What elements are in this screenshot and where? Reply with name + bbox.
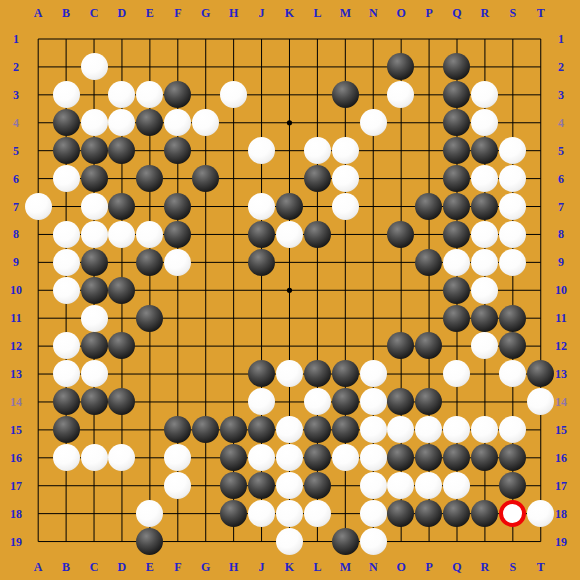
cell-P15 (415, 416, 443, 444)
row-label-left-13: 13 (10, 368, 22, 380)
cell-N15 (359, 416, 387, 444)
cell-P12 (415, 332, 443, 360)
cell-S15 (499, 416, 527, 444)
stone-black-S11 (499, 305, 526, 332)
cell-B12 (52, 332, 80, 360)
cell-Q10 (443, 276, 471, 304)
stone-white-R10 (471, 277, 498, 304)
cell-R18 (471, 499, 499, 527)
stone-black-E19 (136, 528, 163, 555)
cell-R8 (471, 220, 499, 248)
stone-white-R15 (471, 416, 498, 443)
stone-black-H16 (220, 444, 247, 471)
col-label-top-P: P (425, 7, 432, 19)
cell-F17 (164, 472, 192, 500)
cell-R11 (471, 304, 499, 332)
stone-white-F9 (164, 249, 191, 276)
stone-black-S17 (499, 472, 526, 499)
stone-white-D4 (108, 109, 135, 136)
cell-C5 (80, 137, 108, 165)
cell-G4 (192, 109, 220, 137)
col-label-top-Q: Q (452, 7, 461, 19)
col-label-bottom-N: N (369, 561, 378, 573)
stone-white-Q15 (443, 416, 470, 443)
row-label-left-4: 4 (13, 117, 19, 129)
cell-K15 (275, 416, 303, 444)
stone-white-A7 (25, 193, 52, 220)
cell-Q8 (443, 220, 471, 248)
cell-E19 (136, 527, 164, 555)
cell-F7 (164, 192, 192, 220)
cell-E6 (136, 165, 164, 193)
stone-black-R11 (471, 305, 498, 332)
stone-black-O12 (387, 332, 414, 359)
row-label-left-7: 7 (13, 201, 19, 213)
cell-C13 (80, 360, 108, 388)
row-label-right-8: 8 (558, 228, 564, 240)
stone-white-J14 (248, 388, 275, 415)
stone-white-C13 (81, 360, 108, 387)
cell-Q13 (443, 360, 471, 388)
cell-R6 (471, 165, 499, 193)
cell-H16 (220, 444, 248, 472)
cell-S11 (499, 304, 527, 332)
stone-black-Q16 (443, 444, 470, 471)
cell-O16 (387, 444, 415, 472)
cell-T13 (527, 360, 555, 388)
cell-M6 (331, 165, 359, 193)
stone-white-C8 (81, 221, 108, 248)
stone-white-N4 (360, 109, 387, 136)
stone-white-H3 (220, 81, 247, 108)
cell-Q5 (443, 137, 471, 165)
stone-white-N16 (360, 444, 387, 471)
cell-K7 (275, 192, 303, 220)
col-label-bottom-R: R (481, 561, 490, 573)
stone-white-E3 (136, 81, 163, 108)
stone-white-B10 (53, 277, 80, 304)
cell-Q11 (443, 304, 471, 332)
cell-B4 (52, 109, 80, 137)
col-label-bottom-C: C (90, 561, 99, 573)
col-label-top-L: L (313, 7, 321, 19)
cell-C11 (80, 304, 108, 332)
stone-white-B16 (53, 444, 80, 471)
cell-B6 (52, 165, 80, 193)
row-label-right-5: 5 (558, 145, 564, 157)
cell-F4 (164, 109, 192, 137)
row-label-right-15: 15 (555, 424, 567, 436)
stone-white-R12 (471, 332, 498, 359)
row-label-right-11: 11 (555, 312, 566, 324)
cell-D12 (108, 332, 136, 360)
cell-B10 (52, 276, 80, 304)
stone-white-S15 (499, 416, 526, 443)
cell-O18 (387, 499, 415, 527)
cell-P14 (415, 388, 443, 416)
col-label-bottom-L: L (313, 561, 321, 573)
stone-black-L17 (304, 472, 331, 499)
cell-B9 (52, 248, 80, 276)
stone-black-L16 (304, 444, 331, 471)
col-label-bottom-Q: Q (452, 561, 461, 573)
stone-white-T18 (527, 500, 554, 527)
col-label-bottom-B: B (62, 561, 70, 573)
row-label-left-11: 11 (10, 312, 21, 324)
go-app: AABBCCDDEEFFGGHHJJKKLLMMNNOOPPQQRRSSTT11… (0, 0, 580, 580)
cell-E3 (136, 81, 164, 109)
cell-D8 (108, 220, 136, 248)
cell-C10 (80, 276, 108, 304)
stone-black-B5 (53, 137, 80, 164)
row-label-right-2: 2 (558, 61, 564, 73)
stone-black-M19 (332, 528, 359, 555)
stone-white-R8 (471, 221, 498, 248)
stone-black-K7 (276, 193, 303, 220)
col-label-bottom-T: T (537, 561, 545, 573)
stone-black-F8 (164, 221, 191, 248)
row-label-right-10: 10 (555, 284, 567, 296)
cell-R10 (471, 276, 499, 304)
stone-white-S7 (499, 193, 526, 220)
stone-black-J8 (248, 221, 275, 248)
cell-S17 (499, 472, 527, 500)
col-label-bottom-D: D (118, 561, 127, 573)
stone-black-O18 (387, 500, 414, 527)
stone-black-C9 (81, 249, 108, 276)
cell-C2 (80, 53, 108, 81)
cell-F15 (164, 416, 192, 444)
cell-Q2 (443, 53, 471, 81)
stone-white-R3 (471, 81, 498, 108)
cell-R4 (471, 109, 499, 137)
col-label-bottom-M: M (340, 561, 351, 573)
stone-white-J5 (248, 137, 275, 164)
stone-white-B6 (53, 165, 80, 192)
row-label-left-12: 12 (10, 340, 22, 352)
stone-black-Q10 (443, 277, 470, 304)
cell-S5 (499, 137, 527, 165)
col-label-top-C: C (90, 7, 99, 19)
stone-black-C14 (81, 388, 108, 415)
cell-H17 (220, 472, 248, 500)
stone-white-C2 (81, 53, 108, 80)
cell-D4 (108, 109, 136, 137)
cell-E4 (136, 109, 164, 137)
stone-white-M7 (332, 193, 359, 220)
stone-black-F3 (164, 81, 191, 108)
col-label-bottom-O: O (396, 561, 405, 573)
cell-N4 (359, 109, 387, 137)
cell-S13 (499, 360, 527, 388)
stone-white-F4 (164, 109, 191, 136)
stone-white-K8 (276, 221, 303, 248)
cell-J9 (247, 248, 275, 276)
stone-white-R9 (471, 249, 498, 276)
stone-black-E4 (136, 109, 163, 136)
row-label-right-6: 6 (558, 173, 564, 185)
stone-white-D3 (108, 81, 135, 108)
stone-black-O14 (387, 388, 414, 415)
stone-white-K18 (276, 500, 303, 527)
row-label-right-17: 17 (555, 480, 567, 492)
stone-white-D16 (108, 444, 135, 471)
stone-black-C5 (81, 137, 108, 164)
cell-D7 (108, 192, 136, 220)
col-label-bottom-A: A (34, 561, 43, 573)
stone-white-J18 (248, 500, 275, 527)
cell-N18 (359, 499, 387, 527)
row-label-right-3: 3 (558, 89, 564, 101)
cell-S18 (499, 499, 527, 527)
cell-P7 (415, 192, 443, 220)
cell-O3 (387, 81, 415, 109)
cell-O12 (387, 332, 415, 360)
stone-white-L18 (304, 500, 331, 527)
cell-E11 (136, 304, 164, 332)
cell-N19 (359, 527, 387, 555)
cell-M5 (331, 137, 359, 165)
stone-black-P12 (415, 332, 442, 359)
stone-black-M13 (332, 360, 359, 387)
stone-black-L13 (304, 360, 331, 387)
stone-white-R4 (471, 109, 498, 136)
cell-C14 (80, 388, 108, 416)
cell-N17 (359, 472, 387, 500)
stone-white-S13 (499, 360, 526, 387)
stone-white-J16 (248, 444, 275, 471)
stone-black-Q3 (443, 81, 470, 108)
cell-Q4 (443, 109, 471, 137)
cell-F9 (164, 248, 192, 276)
row-label-left-18: 18 (10, 508, 22, 520)
stone-black-O16 (387, 444, 414, 471)
col-label-bottom-H: H (229, 561, 238, 573)
col-label-bottom-J: J (259, 561, 265, 573)
cell-P18 (415, 499, 443, 527)
row-label-left-10: 10 (10, 284, 22, 296)
cell-J15 (247, 416, 275, 444)
stone-black-O2 (387, 53, 414, 80)
cell-F8 (164, 220, 192, 248)
stone-black-P9 (415, 249, 442, 276)
stone-black-M15 (332, 416, 359, 443)
stone-black-D5 (108, 137, 135, 164)
row-label-left-15: 15 (10, 424, 22, 436)
stone-black-Q11 (443, 305, 470, 332)
cell-S16 (499, 444, 527, 472)
stone-black-H15 (220, 416, 247, 443)
cell-L17 (303, 472, 331, 500)
stone-black-P14 (415, 388, 442, 415)
stone-white-N14 (360, 388, 387, 415)
cell-S12 (499, 332, 527, 360)
stone-black-L8 (304, 221, 331, 248)
cell-R16 (471, 444, 499, 472)
cell-B5 (52, 137, 80, 165)
stone-white-J7 (248, 193, 275, 220)
stone-white-R6 (471, 165, 498, 192)
col-label-top-M: M (340, 7, 351, 19)
row-label-right-14: 14 (555, 396, 567, 408)
cell-B3 (52, 81, 80, 109)
cell-E18 (136, 499, 164, 527)
cell-M16 (331, 444, 359, 472)
stone-black-D12 (108, 332, 135, 359)
cell-F3 (164, 81, 192, 109)
cell-K19 (275, 527, 303, 555)
cell-C4 (80, 109, 108, 137)
stone-black-Q6 (443, 165, 470, 192)
row-label-left-2: 2 (13, 61, 19, 73)
cell-Q18 (443, 499, 471, 527)
cell-J5 (247, 137, 275, 165)
cell-J8 (247, 220, 275, 248)
cell-B13 (52, 360, 80, 388)
cell-F5 (164, 137, 192, 165)
cell-R5 (471, 137, 499, 165)
cell-M3 (331, 81, 359, 109)
stone-white-C4 (81, 109, 108, 136)
cell-H15 (220, 416, 248, 444)
cell-C8 (80, 220, 108, 248)
stone-white-T14 (527, 388, 554, 415)
cell-M19 (331, 527, 359, 555)
row-label-left-19: 19 (10, 536, 22, 548)
stone-white-C11 (81, 305, 108, 332)
cell-C12 (80, 332, 108, 360)
cell-C9 (80, 248, 108, 276)
cell-B8 (52, 220, 80, 248)
cell-O8 (387, 220, 415, 248)
stone-white-B8 (53, 221, 80, 248)
cell-G6 (192, 165, 220, 193)
stone-white-O17 (387, 472, 414, 499)
cell-E8 (136, 220, 164, 248)
cell-J16 (247, 444, 275, 472)
cell-C16 (80, 444, 108, 472)
col-label-top-B: B (62, 7, 70, 19)
col-label-top-E: E (146, 7, 154, 19)
stone-black-J13 (248, 360, 275, 387)
stone-white-B13 (53, 360, 80, 387)
stone-black-S16 (499, 444, 526, 471)
stone-black-D14 (108, 388, 135, 415)
cell-F16 (164, 444, 192, 472)
row-label-left-14: 14 (10, 396, 22, 408)
col-label-bottom-K: K (285, 561, 294, 573)
cell-R7 (471, 192, 499, 220)
cell-D10 (108, 276, 136, 304)
col-label-top-D: D (118, 7, 127, 19)
stone-black-F5 (164, 137, 191, 164)
col-label-bottom-P: P (425, 561, 432, 573)
last-move-marker-stone-white-S18 (499, 500, 526, 527)
cell-N14 (359, 388, 387, 416)
stone-black-C10 (81, 277, 108, 304)
col-label-top-N: N (369, 7, 378, 19)
stone-black-Q2 (443, 53, 470, 80)
stone-white-F16 (164, 444, 191, 471)
stone-white-G4 (192, 109, 219, 136)
cell-J14 (247, 388, 275, 416)
cell-P9 (415, 248, 443, 276)
col-label-top-T: T (537, 7, 545, 19)
cell-R12 (471, 332, 499, 360)
stone-black-P16 (415, 444, 442, 471)
stone-white-E18 (136, 500, 163, 527)
stone-black-C6 (81, 165, 108, 192)
row-label-left-3: 3 (13, 89, 19, 101)
col-label-bottom-E: E (146, 561, 154, 573)
stone-black-P18 (415, 500, 442, 527)
cell-L13 (303, 360, 331, 388)
row-label-right-7: 7 (558, 201, 564, 213)
cell-Q15 (443, 416, 471, 444)
stone-white-N13 (360, 360, 387, 387)
stone-white-Q9 (443, 249, 470, 276)
stone-white-S6 (499, 165, 526, 192)
stone-white-B3 (53, 81, 80, 108)
stone-white-K13 (276, 360, 303, 387)
stone-black-D7 (108, 193, 135, 220)
cell-L16 (303, 444, 331, 472)
stone-white-E8 (136, 221, 163, 248)
row-label-right-13: 13 (555, 368, 567, 380)
stone-white-N17 (360, 472, 387, 499)
row-label-right-19: 19 (555, 536, 567, 548)
stone-black-G15 (192, 416, 219, 443)
stone-white-L5 (304, 137, 331, 164)
go-board[interactable] (24, 25, 554, 555)
cell-S7 (499, 192, 527, 220)
stone-white-C7 (81, 193, 108, 220)
stone-black-B15 (53, 416, 80, 443)
cell-D5 (108, 137, 136, 165)
stone-black-R7 (471, 193, 498, 220)
stone-black-F15 (164, 416, 191, 443)
stone-black-S12 (499, 332, 526, 359)
stone-black-H17 (220, 472, 247, 499)
cell-S9 (499, 248, 527, 276)
col-label-top-K: K (285, 7, 294, 19)
stone-white-Q17 (443, 472, 470, 499)
stone-black-R16 (471, 444, 498, 471)
stone-white-C16 (81, 444, 108, 471)
row-label-left-17: 17 (10, 480, 22, 492)
cell-O14 (387, 388, 415, 416)
cell-J13 (247, 360, 275, 388)
cell-M13 (331, 360, 359, 388)
cell-L5 (303, 137, 331, 165)
stone-black-Q18 (443, 500, 470, 527)
col-label-top-A: A (34, 7, 43, 19)
stone-white-K15 (276, 416, 303, 443)
stone-black-T13 (527, 360, 554, 387)
stone-white-N18 (360, 500, 387, 527)
stone-black-E9 (136, 249, 163, 276)
row-label-right-9: 9 (558, 256, 564, 268)
stone-white-M5 (332, 137, 359, 164)
cell-D16 (108, 444, 136, 472)
cell-O15 (387, 416, 415, 444)
cell-K18 (275, 499, 303, 527)
stone-white-B9 (53, 249, 80, 276)
stone-white-S5 (499, 137, 526, 164)
row-label-right-1: 1 (558, 33, 564, 45)
stone-black-Q7 (443, 193, 470, 220)
col-label-top-R: R (481, 7, 490, 19)
